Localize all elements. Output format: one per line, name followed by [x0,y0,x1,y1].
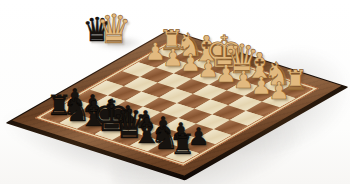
chess-set-scene: ♛ ♛ ♜♞♝♚♛♝♞♜♟♟♟♟♟♟♟♟♟♟♟♟♟♟♟♟♜♞♝♚♛♝♞♜ [0,0,350,184]
piece-P-a2[interactable]: ♟ [257,79,301,103]
extra-queen-ebonized[interactable]: ♛ [75,13,119,46]
extra-queen-boxwood[interactable]: ♛ [92,9,136,49]
piece-r-a8[interactable]: ♜ [160,131,204,159]
